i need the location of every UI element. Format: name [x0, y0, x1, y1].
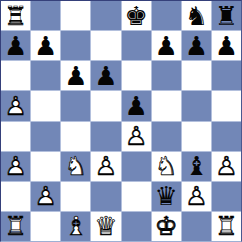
piece-glyph: ♟ [1, 31, 30, 60]
piece-outline-glyph: ♘ [152, 152, 181, 181]
square-a1[interactable]: ♜♖ [1, 212, 30, 241]
square-f6[interactable] [152, 61, 181, 90]
black-pawn-icon[interactable]: ♟ [91, 61, 120, 90]
square-d5[interactable] [91, 91, 120, 120]
square-f3[interactable]: ♞♘ [152, 152, 181, 181]
square-c6[interactable]: ♟ [61, 61, 90, 90]
square-g4[interactable] [182, 122, 211, 151]
piece-outline-glyph: ♙ [122, 122, 151, 151]
square-e8[interactable]: ♚ [122, 1, 151, 30]
square-h8[interactable]: ♜ [212, 1, 241, 30]
square-g6[interactable] [182, 61, 211, 90]
white-pawn-icon[interactable]: ♟♙ [182, 182, 211, 211]
square-b6[interactable] [31, 61, 60, 90]
black-pawn-icon[interactable]: ♟ [212, 31, 241, 60]
square-c5[interactable] [61, 91, 90, 120]
piece-outline-glyph: ♙ [182, 182, 211, 211]
white-knight-icon[interactable]: ♞♘ [152, 152, 181, 181]
square-g1[interactable] [182, 212, 211, 241]
piece-outline-glyph: ♙ [1, 91, 30, 120]
white-knight-icon[interactable]: ♞♘ [61, 152, 90, 181]
square-h5[interactable] [212, 91, 241, 120]
square-h1[interactable]: ♜♖ [212, 212, 241, 241]
square-g3[interactable]: ♝ [182, 152, 211, 181]
white-rook-icon[interactable]: ♜♖ [212, 212, 241, 241]
square-d8[interactable] [91, 1, 120, 30]
piece-glyph: ♟ [31, 31, 60, 60]
square-g8[interactable]: ♞ [182, 1, 211, 30]
square-d7[interactable] [91, 31, 120, 60]
square-a6[interactable] [1, 61, 30, 90]
square-c2[interactable] [61, 182, 90, 211]
piece-glyph: ♟ [182, 31, 211, 60]
square-g5[interactable] [182, 91, 211, 120]
white-pawn-icon[interactable]: ♟♙ [1, 152, 30, 181]
square-a5[interactable]: ♟♙ [1, 91, 30, 120]
piece-outline-glyph: ♖ [212, 212, 241, 241]
square-f4[interactable] [152, 122, 181, 151]
square-d4[interactable] [91, 122, 120, 151]
square-e7[interactable] [122, 31, 151, 60]
piece-outline-glyph: ♕ [91, 212, 120, 241]
square-h2[interactable] [212, 182, 241, 211]
black-rook-icon[interactable]: ♜ [212, 1, 241, 30]
piece-glyph: ♜ [1, 1, 30, 30]
white-pawn-icon[interactable]: ♟♙ [1, 91, 30, 120]
white-pawn-icon[interactable]: ♟♙ [212, 152, 241, 181]
square-g7[interactable]: ♟ [182, 31, 211, 60]
white-bishop-icon[interactable]: ♝♗ [61, 212, 90, 241]
square-f8[interactable] [152, 1, 181, 30]
square-c4[interactable] [61, 122, 90, 151]
piece-glyph: ♞ [182, 1, 211, 30]
piece-outline-glyph: ♗ [61, 212, 90, 241]
piece-glyph: ♝ [182, 152, 211, 181]
square-f2[interactable]: ♛ [152, 182, 181, 211]
piece-glyph: ♟ [122, 91, 151, 120]
square-h3[interactable]: ♟♙ [212, 152, 241, 181]
black-bishop-icon[interactable]: ♝ [182, 152, 211, 181]
square-h7[interactable]: ♟ [212, 31, 241, 60]
white-rook-icon[interactable]: ♜♖ [1, 212, 30, 241]
black-pawn-icon[interactable]: ♟ [61, 61, 90, 90]
square-a7[interactable]: ♟ [1, 31, 30, 60]
black-pawn-icon[interactable]: ♟ [152, 31, 181, 60]
square-c1[interactable]: ♝♗ [61, 212, 90, 241]
square-c3[interactable]: ♞♘ [61, 152, 90, 181]
black-pawn-icon[interactable]: ♟ [182, 31, 211, 60]
white-king-icon[interactable]: ♚♔ [152, 212, 181, 241]
square-e1[interactable] [122, 212, 151, 241]
black-pawn-icon[interactable]: ♟ [122, 91, 151, 120]
square-a8[interactable]: ♜ [1, 1, 30, 30]
black-pawn-icon[interactable]: ♟ [31, 31, 60, 60]
piece-glyph: ♟ [212, 31, 241, 60]
piece-glyph: ♚ [122, 1, 151, 30]
square-c7[interactable] [61, 31, 90, 60]
white-pawn-icon[interactable]: ♟♙ [122, 122, 151, 151]
square-f7[interactable]: ♟ [152, 31, 181, 60]
square-f5[interactable] [152, 91, 181, 120]
piece-glyph: ♜ [212, 1, 241, 30]
piece-outline-glyph: ♙ [91, 152, 120, 181]
square-b4[interactable] [31, 122, 60, 151]
square-b7[interactable]: ♟ [31, 31, 60, 60]
square-b3[interactable] [31, 152, 60, 181]
square-e5[interactable]: ♟ [122, 91, 151, 120]
square-d1[interactable]: ♛♕ [91, 212, 120, 241]
square-b2[interactable]: ♟♙ [31, 182, 60, 211]
black-knight-icon[interactable]: ♞ [182, 1, 211, 30]
square-e6[interactable] [122, 61, 151, 90]
square-f1[interactable]: ♚♔ [152, 212, 181, 241]
piece-glyph: ♟ [91, 61, 120, 90]
black-pawn-icon[interactable]: ♟ [1, 31, 30, 60]
square-d3[interactable]: ♟♙ [91, 152, 120, 181]
black-king-icon[interactable]: ♚ [122, 1, 151, 30]
piece-outline-glyph: ♙ [31, 182, 60, 211]
piece-glyph: ♟ [152, 31, 181, 60]
piece-outline-glyph: ♘ [61, 152, 90, 181]
square-e4[interactable]: ♟♙ [122, 122, 151, 151]
piece-glyph: ♛ [152, 182, 181, 211]
square-h6[interactable] [212, 61, 241, 90]
square-a3[interactable]: ♟♙ [1, 152, 30, 181]
piece-outline-glyph: ♔ [152, 212, 181, 241]
piece-outline-glyph: ♙ [1, 152, 30, 181]
square-h4[interactable] [212, 122, 241, 151]
square-a4[interactable] [1, 122, 30, 151]
black-queen-icon[interactable]: ♛ [152, 182, 181, 211]
square-e3[interactable] [122, 152, 151, 181]
square-c8[interactable] [61, 1, 90, 30]
black-rook-icon[interactable]: ♜ [1, 1, 30, 30]
square-b1[interactable] [31, 212, 60, 241]
square-b5[interactable] [31, 91, 60, 120]
piece-glyph: ♟ [61, 61, 90, 90]
square-a2[interactable] [1, 182, 30, 211]
white-pawn-icon[interactable]: ♟♙ [31, 182, 60, 211]
square-b8[interactable] [31, 1, 60, 30]
piece-outline-glyph: ♙ [212, 152, 241, 181]
white-pawn-icon[interactable]: ♟♙ [91, 152, 120, 181]
square-g2[interactable]: ♟♙ [182, 182, 211, 211]
square-e2[interactable] [122, 182, 151, 211]
white-queen-icon[interactable]: ♛♕ [91, 212, 120, 241]
square-d6[interactable]: ♟ [91, 61, 120, 90]
chess-board: ♜♚♞♜♟♟♟♟♟♟♟♟♙♟♟♙♟♙♞♘♟♙♞♘♝♟♙♟♙♛♟♙♜♖♝♗♛♕♚♔… [0, 0, 242, 242]
square-d2[interactable] [91, 182, 120, 211]
piece-outline-glyph: ♖ [1, 212, 30, 241]
